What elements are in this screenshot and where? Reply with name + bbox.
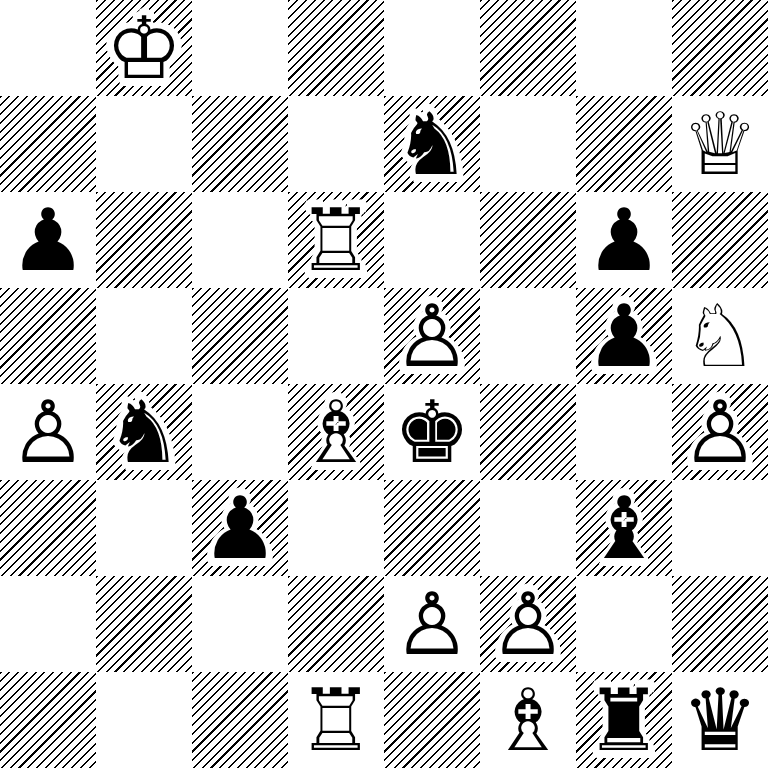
square-f1[interactable]: ♝♗ xyxy=(480,672,576,768)
square-c5[interactable] xyxy=(192,288,288,384)
square-a7[interactable] xyxy=(0,96,96,192)
square-h3[interactable] xyxy=(672,480,768,576)
black-knight[interactable]: ♞ xyxy=(384,96,480,192)
square-d8[interactable] xyxy=(288,0,384,96)
chess-board: ♚♔♞♞♛♕♟♟♜♖♟♟♟♙♟♟♞♘♟♙♞♞♝♗♚♚♟♙♟♟♝♝♟♙♟♙♜♖♝♗… xyxy=(0,0,768,768)
square-f3[interactable] xyxy=(480,480,576,576)
square-h5[interactable]: ♞♘ xyxy=(672,288,768,384)
square-d1[interactable]: ♜♖ xyxy=(288,672,384,768)
square-f6[interactable] xyxy=(480,192,576,288)
square-a8[interactable] xyxy=(0,0,96,96)
square-b3[interactable] xyxy=(96,480,192,576)
square-h6[interactable] xyxy=(672,192,768,288)
square-h8[interactable] xyxy=(672,0,768,96)
black-pawn[interactable]: ♟ xyxy=(576,288,672,384)
square-c6[interactable] xyxy=(192,192,288,288)
white-bishop[interactable]: ♗ xyxy=(480,672,576,768)
square-g3[interactable]: ♝♝ xyxy=(576,480,672,576)
square-c1[interactable] xyxy=(192,672,288,768)
square-g8[interactable] xyxy=(576,0,672,96)
square-d4[interactable]: ♝♗ xyxy=(288,384,384,480)
white-queen[interactable]: ♕ xyxy=(672,96,768,192)
square-g2[interactable] xyxy=(576,576,672,672)
square-e7[interactable]: ♞♞ xyxy=(384,96,480,192)
square-c4[interactable] xyxy=(192,384,288,480)
square-e5[interactable]: ♟♙ xyxy=(384,288,480,384)
square-a3[interactable] xyxy=(0,480,96,576)
square-h4[interactable]: ♟♙ xyxy=(672,384,768,480)
square-g7[interactable] xyxy=(576,96,672,192)
black-pawn[interactable]: ♟ xyxy=(0,192,96,288)
square-h2[interactable] xyxy=(672,576,768,672)
square-a5[interactable] xyxy=(0,288,96,384)
square-d6[interactable]: ♜♖ xyxy=(288,192,384,288)
black-king[interactable]: ♚ xyxy=(384,384,480,480)
white-pawn[interactable]: ♙ xyxy=(384,576,480,672)
square-f2[interactable]: ♟♙ xyxy=(480,576,576,672)
square-f5[interactable] xyxy=(480,288,576,384)
square-a4[interactable]: ♟♙ xyxy=(0,384,96,480)
square-d2[interactable] xyxy=(288,576,384,672)
square-e4[interactable]: ♚♚ xyxy=(384,384,480,480)
square-c3[interactable]: ♟♟ xyxy=(192,480,288,576)
square-e2[interactable]: ♟♙ xyxy=(384,576,480,672)
square-b2[interactable] xyxy=(96,576,192,672)
square-b8[interactable]: ♚♔ xyxy=(96,0,192,96)
square-c7[interactable] xyxy=(192,96,288,192)
white-rook[interactable]: ♖ xyxy=(288,672,384,768)
white-bishop[interactable]: ♗ xyxy=(288,384,384,480)
square-d7[interactable] xyxy=(288,96,384,192)
square-a1[interactable] xyxy=(0,672,96,768)
square-f8[interactable] xyxy=(480,0,576,96)
square-a6[interactable]: ♟♟ xyxy=(0,192,96,288)
black-pawn[interactable]: ♟ xyxy=(192,480,288,576)
square-b7[interactable] xyxy=(96,96,192,192)
white-rook[interactable]: ♖ xyxy=(288,192,384,288)
square-g4[interactable] xyxy=(576,384,672,480)
square-h1[interactable]: ♛♛ xyxy=(672,672,768,768)
square-e6[interactable] xyxy=(384,192,480,288)
white-king[interactable]: ♔ xyxy=(96,0,192,96)
square-g1[interactable]: ♜♜ xyxy=(576,672,672,768)
black-queen[interactable]: ♛ xyxy=(672,672,768,768)
white-knight[interactable]: ♘ xyxy=(672,288,768,384)
square-a2[interactable] xyxy=(0,576,96,672)
square-b5[interactable] xyxy=(96,288,192,384)
square-h7[interactable]: ♛♕ xyxy=(672,96,768,192)
square-c8[interactable] xyxy=(192,0,288,96)
square-b4[interactable]: ♞♞ xyxy=(96,384,192,480)
square-e3[interactable] xyxy=(384,480,480,576)
white-pawn[interactable]: ♙ xyxy=(672,384,768,480)
square-g6[interactable]: ♟♟ xyxy=(576,192,672,288)
square-d5[interactable] xyxy=(288,288,384,384)
square-b6[interactable] xyxy=(96,192,192,288)
black-knight[interactable]: ♞ xyxy=(96,384,192,480)
square-e1[interactable] xyxy=(384,672,480,768)
black-bishop[interactable]: ♝ xyxy=(576,480,672,576)
white-pawn[interactable]: ♙ xyxy=(384,288,480,384)
square-f7[interactable] xyxy=(480,96,576,192)
white-pawn[interactable]: ♙ xyxy=(480,576,576,672)
square-e8[interactable] xyxy=(384,0,480,96)
square-c2[interactable] xyxy=(192,576,288,672)
square-b1[interactable] xyxy=(96,672,192,768)
square-f4[interactable] xyxy=(480,384,576,480)
black-pawn[interactable]: ♟ xyxy=(576,192,672,288)
white-pawn[interactable]: ♙ xyxy=(0,384,96,480)
square-d3[interactable] xyxy=(288,480,384,576)
black-rook[interactable]: ♜ xyxy=(576,672,672,768)
square-g5[interactable]: ♟♟ xyxy=(576,288,672,384)
